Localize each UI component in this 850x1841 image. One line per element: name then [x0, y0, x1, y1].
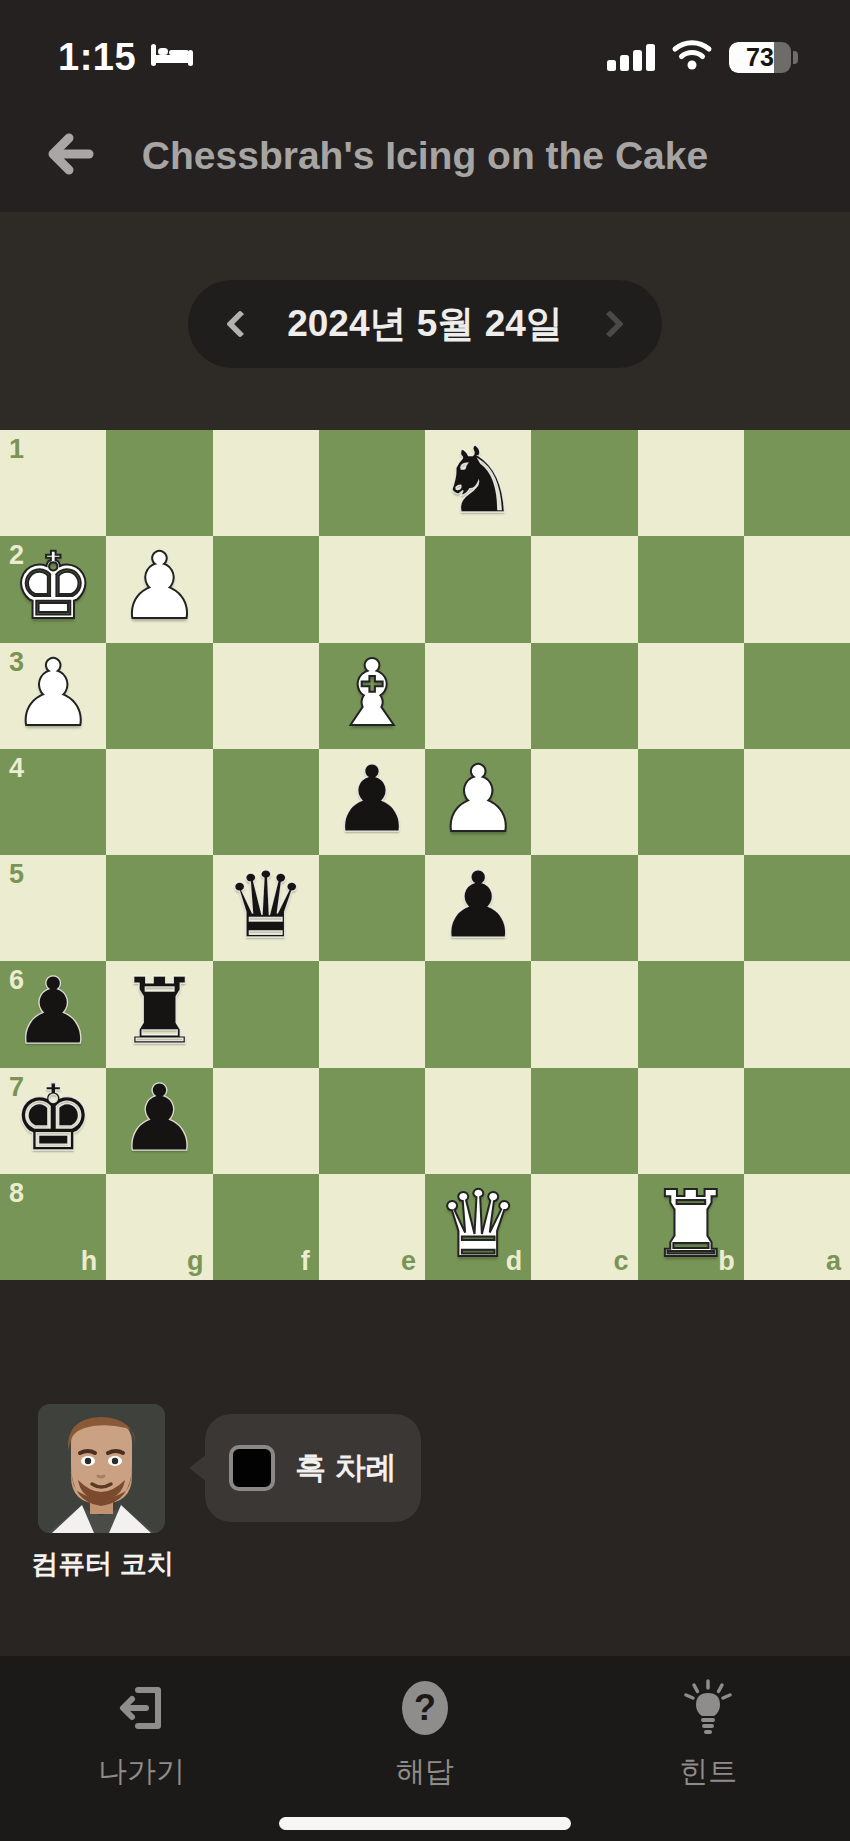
square-g7[interactable]: ♟: [106, 1068, 212, 1174]
home-indicator[interactable]: [279, 1817, 571, 1830]
file-label: h: [81, 1246, 98, 1277]
square-f8[interactable]: f: [213, 1174, 319, 1280]
square-d7[interactable]: [425, 1068, 531, 1174]
square-b2[interactable]: [638, 536, 744, 642]
square-b3[interactable]: [638, 643, 744, 749]
square-b1[interactable]: [638, 430, 744, 536]
piece-white-pawn[interactable]: ♟: [437, 754, 519, 846]
square-c5[interactable]: [531, 855, 637, 961]
square-c4[interactable]: [531, 749, 637, 855]
status-left: 1:15: [58, 36, 194, 79]
square-a5[interactable]: [744, 855, 850, 961]
square-e1[interactable]: [319, 430, 425, 536]
square-c2[interactable]: [531, 536, 637, 642]
square-c1[interactable]: [531, 430, 637, 536]
rank-label: 8: [9, 1178, 24, 1209]
date-label: 2024년 5월 24일: [287, 299, 563, 349]
square-d3[interactable]: [425, 643, 531, 749]
square-c7[interactable]: [531, 1068, 637, 1174]
header: Chessbrah's Icing on the Cake: [0, 100, 850, 212]
file-label: c: [613, 1246, 628, 1277]
square-a8[interactable]: a: [744, 1174, 850, 1280]
piece-black-rook[interactable]: ♜: [118, 966, 200, 1058]
square-f5[interactable]: ♛: [213, 855, 319, 961]
square-g3[interactable]: [106, 643, 212, 749]
square-h6[interactable]: 6♟: [0, 961, 106, 1067]
square-h4[interactable]: 4: [0, 749, 106, 855]
status-right: 73: [607, 39, 798, 75]
square-d5[interactable]: ♟: [425, 855, 531, 961]
piece-white-rook[interactable]: ♜: [649, 1179, 731, 1271]
rank-label: 1: [9, 434, 24, 465]
piece-black-pawn[interactable]: ♟: [437, 860, 519, 952]
square-g8[interactable]: g: [106, 1174, 212, 1280]
square-f2[interactable]: [213, 536, 319, 642]
page-title: Chessbrah's Icing on the Cake: [0, 134, 850, 178]
square-b4[interactable]: [638, 749, 744, 855]
square-e3[interactable]: ♝: [319, 643, 425, 749]
rank-label: 5: [9, 859, 24, 890]
square-c3[interactable]: [531, 643, 637, 749]
battery-percent: 73: [729, 42, 791, 73]
battery-icon: 73: [729, 42, 798, 73]
square-g2[interactable]: ♟: [106, 536, 212, 642]
file-label: a: [826, 1246, 841, 1277]
piece-white-king[interactable]: ♚: [12, 541, 94, 633]
square-b7[interactable]: [638, 1068, 744, 1174]
piece-white-pawn[interactable]: ♟: [12, 648, 94, 740]
square-a3[interactable]: [744, 643, 850, 749]
square-e4[interactable]: ♟: [319, 749, 425, 855]
square-a1[interactable]: [744, 430, 850, 536]
piece-black-knight[interactable]: ♞: [437, 435, 519, 527]
square-d4[interactable]: ♟: [425, 749, 531, 855]
square-e7[interactable]: [319, 1068, 425, 1174]
square-e6[interactable]: [319, 961, 425, 1067]
file-label: e: [401, 1246, 416, 1277]
bed-icon: [150, 40, 194, 74]
turn-bubble: 흑 차례: [205, 1414, 421, 1522]
cellular-signal-icon: [607, 43, 655, 71]
square-a7[interactable]: [744, 1068, 850, 1174]
piece-black-pawn[interactable]: ♟: [12, 966, 94, 1058]
date-selector: 2024년 5월 24일: [188, 280, 662, 368]
square-f1[interactable]: [213, 430, 319, 536]
chevron-right-icon[interactable]: [596, 310, 624, 338]
piece-black-queen[interactable]: ♛: [224, 860, 306, 952]
coach-name: 컴퓨터 코치: [30, 1546, 175, 1582]
solution-button[interactable]: ? 해답: [283, 1676, 566, 1792]
square-c8[interactable]: c: [531, 1174, 637, 1280]
exit-label: 나가기: [98, 1752, 185, 1792]
rank-label: 4: [9, 753, 24, 784]
square-g6[interactable]: ♜: [106, 961, 212, 1067]
piece-black-king[interactable]: ♚: [12, 1073, 94, 1165]
square-f4[interactable]: [213, 749, 319, 855]
date-section: 2024년 5월 24일: [0, 212, 850, 430]
clock-time: 1:15: [58, 36, 136, 79]
status-bar: 1:15 73: [0, 0, 850, 100]
square-g1[interactable]: [106, 430, 212, 536]
square-d2[interactable]: [425, 536, 531, 642]
square-h8[interactable]: 8h: [0, 1174, 106, 1280]
piece-white-queen[interactable]: ♛: [437, 1179, 519, 1271]
square-c6[interactable]: [531, 961, 637, 1067]
bubble-tail-icon: [189, 1454, 207, 1482]
square-g5[interactable]: [106, 855, 212, 961]
square-b5[interactable]: [638, 855, 744, 961]
coach-avatar[interactable]: [38, 1404, 165, 1533]
piece-black-pawn[interactable]: ♟: [118, 1073, 200, 1165]
square-e5[interactable]: [319, 855, 425, 961]
square-f3[interactable]: [213, 643, 319, 749]
piece-white-pawn[interactable]: ♟: [118, 541, 200, 633]
question-icon: ?: [402, 1676, 448, 1740]
square-d6[interactable]: [425, 961, 531, 1067]
coach-section: 컴퓨터 코치 흑 차례: [0, 1280, 850, 1656]
hint-button[interactable]: 힌트: [567, 1676, 850, 1792]
back-arrow-icon: [45, 132, 97, 180]
solution-label: 해답: [396, 1752, 454, 1792]
hint-label: 힌트: [679, 1752, 737, 1792]
wifi-icon: [671, 39, 713, 75]
bottom-nav: 나가기 ? 해답 힌트: [0, 1656, 850, 1841]
square-a6[interactable]: [744, 961, 850, 1067]
square-a2[interactable]: [744, 536, 850, 642]
back-button[interactable]: [36, 121, 106, 191]
square-f6[interactable]: [213, 961, 319, 1067]
lightbulb-icon: [683, 1676, 733, 1740]
square-g4[interactable]: [106, 749, 212, 855]
square-h1[interactable]: 1: [0, 430, 106, 536]
exit-icon: [116, 1676, 168, 1740]
file-label: g: [187, 1246, 204, 1277]
square-h2[interactable]: 2♚: [0, 536, 106, 642]
square-e2[interactable]: [319, 536, 425, 642]
exit-button[interactable]: 나가기: [0, 1676, 283, 1792]
turn-text: 흑 차례: [295, 1447, 397, 1489]
square-e8[interactable]: e: [319, 1174, 425, 1280]
square-d8[interactable]: d♛: [425, 1174, 531, 1280]
file-label: f: [301, 1246, 310, 1277]
piece-black-pawn[interactable]: ♟: [331, 754, 413, 846]
square-d1[interactable]: ♞: [425, 430, 531, 536]
chess-board[interactable]: 1♞2♚♟3♟♝4♟♟5♛♟6♟♜7♚♟8hgfed♛cb♜a: [0, 430, 850, 1280]
black-turn-square-icon: [229, 1445, 275, 1491]
square-b8[interactable]: b♜: [638, 1174, 744, 1280]
square-h7[interactable]: 7♚: [0, 1068, 106, 1174]
square-h5[interactable]: 5: [0, 855, 106, 961]
square-b6[interactable]: [638, 961, 744, 1067]
piece-white-bishop[interactable]: ♝: [331, 648, 413, 740]
square-h3[interactable]: 3♟: [0, 643, 106, 749]
square-a4[interactable]: [744, 749, 850, 855]
chevron-left-icon[interactable]: [226, 310, 254, 338]
square-f7[interactable]: [213, 1068, 319, 1174]
